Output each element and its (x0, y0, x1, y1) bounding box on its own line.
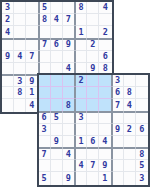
cell-r3c4[interactable] (39, 26, 51, 38)
cell-r10c5[interactable]: 5 (51, 112, 63, 124)
cell-r3c2[interactable] (14, 26, 26, 38)
cell-r14c5[interactable] (51, 160, 63, 172)
cell-r4c1[interactable] (2, 39, 14, 51)
cell-r9c11[interactable]: 4 (124, 99, 136, 111)
cell-r8c8[interactable] (87, 87, 99, 99)
cell-r3c5[interactable] (51, 26, 63, 38)
cell-r8c6[interactable] (63, 87, 75, 99)
cell-r12c8[interactable]: 6 (87, 136, 99, 148)
cell-r15c9[interactable]: 1 (99, 172, 111, 184)
cell-r15c6[interactable]: 9 (63, 172, 75, 184)
cell-r3c9[interactable]: 2 (99, 26, 111, 38)
cell-r1c8[interactable] (87, 2, 99, 14)
cell-r14c9[interactable]: 9 (99, 160, 111, 172)
cell-r9c6[interactable]: 8 (63, 99, 75, 111)
cell-r12c6[interactable] (63, 136, 75, 148)
cell-r10c8[interactable] (87, 112, 99, 124)
cell-r13c6[interactable]: 4 (63, 148, 75, 160)
cell-r8c4[interactable] (39, 87, 51, 99)
cell-r9c12[interactable] (136, 99, 148, 111)
cell-r15c12[interactable]: 3 (136, 172, 148, 184)
cell-r8c9[interactable] (99, 87, 111, 99)
cell-r4c7[interactable] (75, 39, 87, 51)
cell-r9c5[interactable] (51, 99, 63, 111)
cell-r2c1[interactable]: 2 (2, 14, 14, 26)
twodoku-board: 35842847412769294764983928148 2368874653… (0, 0, 150, 187)
cell-r3c3[interactable] (26, 26, 38, 38)
cell-r2c5[interactable]: 4 (51, 14, 63, 26)
cell-r11c12[interactable]: 6 (136, 124, 148, 136)
cell-r14c10[interactable] (112, 160, 124, 172)
cell-r8c10[interactable]: 6 (112, 87, 124, 99)
cell-r1c3[interactable] (26, 2, 38, 14)
cell-r14c8[interactable]: 7 (87, 160, 99, 172)
cell-r10c12[interactable] (136, 112, 148, 124)
cell-r15c11[interactable] (124, 172, 136, 184)
cell-r4c6[interactable]: 9 (63, 39, 75, 51)
cell-r2c2[interactable] (14, 14, 26, 26)
cell-r2c8[interactable] (87, 14, 99, 26)
cell-r10c4[interactable]: 6 (39, 112, 51, 124)
cell-r12c11[interactable] (124, 136, 136, 148)
cell-r1c6[interactable] (63, 2, 75, 14)
cell-r11c4[interactable]: 3 (39, 124, 51, 136)
cell-r15c10[interactable] (112, 172, 124, 184)
cell-r7c12[interactable] (136, 75, 148, 87)
cell-r1c5[interactable] (51, 2, 63, 14)
cell-r9c2[interactable] (14, 99, 26, 111)
cell-r10c7[interactable]: 3 (75, 112, 87, 124)
cell-r11c5[interactable] (51, 124, 63, 136)
cell-r2c4[interactable]: 8 (39, 14, 51, 26)
cell-r7c4[interactable] (39, 75, 51, 87)
cell-r3c6[interactable] (63, 26, 75, 38)
cell-r11c9[interactable] (99, 124, 111, 136)
cell-r5c8[interactable] (87, 51, 99, 63)
cell-r12c9[interactable]: 4 (99, 136, 111, 148)
cell-r14c11[interactable] (124, 160, 136, 172)
cell-r2c3[interactable] (26, 14, 38, 26)
cell-r7c10[interactable]: 3 (112, 75, 124, 87)
cell-r11c11[interactable]: 2 (124, 124, 136, 136)
cell-r5c9[interactable]: 6 (99, 51, 111, 63)
cell-r11c10[interactable]: 9 (112, 124, 124, 136)
cell-r7c9[interactable] (99, 75, 111, 87)
cell-r10c11[interactable] (124, 112, 136, 124)
cell-r4c8[interactable]: 2 (87, 39, 99, 51)
cell-r15c5[interactable] (51, 172, 63, 184)
cell-r11c8[interactable] (87, 124, 99, 136)
cell-r8c11[interactable]: 8 (124, 87, 136, 99)
cell-r6c1[interactable] (2, 63, 14, 75)
cell-r8c5[interactable] (51, 87, 63, 99)
sudoku-grid-bottom-right: 23688746533926916474847955913 (37, 73, 151, 187)
cell-r12c5[interactable]: 9 (51, 136, 63, 148)
cell-r10c10[interactable] (112, 112, 124, 124)
cell-r13c4[interactable]: 7 (39, 148, 51, 160)
cell-r1c9[interactable]: 4 (99, 2, 111, 14)
cell-r15c8[interactable] (87, 172, 99, 184)
cell-r1c1[interactable]: 3 (2, 2, 14, 14)
cell-r13c8[interactable] (87, 148, 99, 160)
cell-r11c7[interactable] (75, 124, 87, 136)
cell-r3c8[interactable] (87, 26, 99, 38)
cell-r2c6[interactable]: 7 (63, 14, 75, 26)
cell-r2c9[interactable] (99, 14, 111, 26)
cell-r15c7[interactable] (75, 172, 87, 184)
cell-r13c9[interactable] (99, 148, 111, 160)
cell-r14c6[interactable] (63, 160, 75, 172)
cell-r8c12[interactable] (136, 87, 148, 99)
cell-r7c2[interactable]: 3 (14, 75, 26, 87)
cell-r5c2[interactable]: 4 (14, 51, 26, 63)
cell-r1c7[interactable]: 8 (75, 2, 87, 14)
cell-r7c1[interactable] (2, 75, 14, 87)
cell-r4c2[interactable] (14, 39, 26, 51)
cell-r6c2[interactable] (14, 63, 26, 75)
cell-r2c7[interactable] (75, 14, 87, 26)
cell-r9c1[interactable] (2, 99, 14, 111)
cell-r14c12[interactable]: 5 (136, 160, 148, 172)
cell-r12c7[interactable]: 1 (75, 136, 87, 148)
cell-r5c6[interactable] (63, 51, 75, 63)
cell-r7c5[interactable] (51, 75, 63, 87)
cell-r15c4[interactable]: 5 (39, 172, 51, 184)
cell-r12c4[interactable] (39, 136, 51, 148)
cell-r13c11[interactable] (124, 148, 136, 160)
cell-r8c7[interactable] (75, 87, 87, 99)
cell-r9c8[interactable] (87, 99, 99, 111)
cell-r11c6[interactable] (63, 124, 75, 136)
cell-r13c12[interactable]: 8 (136, 148, 148, 160)
cell-r1c2[interactable] (14, 2, 26, 14)
cell-r1c4[interactable]: 5 (39, 2, 51, 14)
cell-r7c7[interactable]: 2 (75, 75, 87, 87)
cell-r4c5[interactable]: 6 (51, 39, 63, 51)
cell-r3c7[interactable]: 1 (75, 26, 87, 38)
cell-r5c5[interactable] (51, 51, 63, 63)
cell-r9c4[interactable] (39, 99, 51, 111)
cell-r5c7[interactable] (75, 51, 87, 63)
cell-r8c1[interactable] (2, 87, 14, 99)
cell-r14c7[interactable]: 4 (75, 160, 87, 172)
cell-r9c9[interactable] (99, 99, 111, 111)
cell-r9c7[interactable] (75, 99, 87, 111)
cell-r8c2[interactable]: 8 (14, 87, 26, 99)
cell-r3c1[interactable]: 4 (2, 26, 14, 38)
cell-r13c5[interactable] (51, 148, 63, 160)
cell-r12c10[interactable] (112, 136, 124, 148)
cell-r9c10[interactable]: 7 (112, 99, 124, 111)
cell-r7c11[interactable] (124, 75, 136, 87)
cell-r13c10[interactable] (112, 148, 124, 160)
cell-r12c12[interactable] (136, 136, 148, 148)
cell-r5c3[interactable]: 7 (26, 51, 38, 63)
cell-r10c6[interactable] (63, 112, 75, 124)
cell-r7c8[interactable] (87, 75, 99, 87)
cell-r5c4[interactable] (39, 51, 51, 63)
cell-r4c9[interactable] (99, 39, 111, 51)
cell-r7c6[interactable] (63, 75, 75, 87)
cell-r5c1[interactable]: 9 (2, 51, 14, 63)
cell-r4c3[interactable] (26, 39, 38, 51)
cell-r13c7[interactable] (75, 148, 87, 160)
cell-r10c9[interactable] (99, 112, 111, 124)
cell-r14c4[interactable] (39, 160, 51, 172)
cell-r4c4[interactable]: 7 (39, 39, 51, 51)
